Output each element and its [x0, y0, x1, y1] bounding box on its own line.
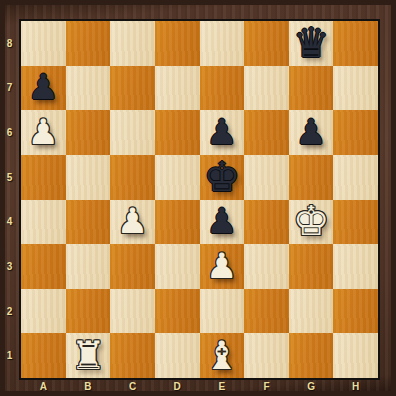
square-c5[interactable]: [110, 155, 155, 200]
square-a5[interactable]: [21, 155, 66, 200]
square-b6[interactable]: [66, 110, 111, 155]
black-pawn[interactable]: ♟: [295, 115, 326, 150]
file-label-a: A: [21, 379, 66, 394]
rank-label-2: 2: [0, 289, 19, 334]
square-d6[interactable]: [155, 110, 200, 155]
square-g2[interactable]: [289, 289, 334, 334]
black-queen[interactable]: ♛: [293, 23, 330, 64]
square-h6[interactable]: [333, 110, 378, 155]
square-c8[interactable]: [110, 21, 155, 66]
white-pawn[interactable]: ♟: [206, 249, 237, 284]
square-h2[interactable]: [333, 289, 378, 334]
square-h7[interactable]: [333, 66, 378, 111]
black-pawn[interactable]: ♟: [28, 70, 59, 105]
rank-label-1: 1: [0, 333, 19, 378]
square-e4[interactable]: ♟: [200, 200, 245, 245]
square-f8[interactable]: [244, 21, 289, 66]
square-f4[interactable]: [244, 200, 289, 245]
square-h1[interactable]: [333, 333, 378, 378]
square-f3[interactable]: [244, 244, 289, 289]
square-d2[interactable]: [155, 289, 200, 334]
square-d3[interactable]: [155, 244, 200, 289]
file-label-h: H: [333, 379, 378, 394]
square-g3[interactable]: [289, 244, 334, 289]
square-f7[interactable]: [244, 66, 289, 111]
square-a8[interactable]: [21, 21, 66, 66]
square-g8[interactable]: ♛: [289, 21, 334, 66]
square-e3[interactable]: ♟: [200, 244, 245, 289]
square-c2[interactable]: [110, 289, 155, 334]
square-g6[interactable]: ♟: [289, 110, 334, 155]
file-labels: ABCDEFGH: [21, 379, 378, 394]
square-b8[interactable]: [66, 21, 111, 66]
white-pawn[interactable]: ♟: [28, 115, 59, 150]
square-d8[interactable]: [155, 21, 200, 66]
square-d5[interactable]: [155, 155, 200, 200]
chess-board: ♛♟♟♟♟♚♟♟♚♟♜♝: [21, 21, 378, 378]
square-e1[interactable]: ♝: [200, 333, 245, 378]
square-c1[interactable]: [110, 333, 155, 378]
white-rook[interactable]: ♜: [70, 336, 105, 375]
file-label-b: B: [66, 379, 111, 394]
square-a1[interactable]: [21, 333, 66, 378]
rank-label-6: 6: [0, 110, 19, 155]
square-a3[interactable]: [21, 244, 66, 289]
square-c3[interactable]: [110, 244, 155, 289]
square-a2[interactable]: [21, 289, 66, 334]
square-g7[interactable]: [289, 66, 334, 111]
square-b7[interactable]: [66, 66, 111, 111]
square-f2[interactable]: [244, 289, 289, 334]
rank-label-4: 4: [0, 200, 19, 245]
white-pawn[interactable]: ♟: [117, 204, 148, 239]
square-b1[interactable]: ♜: [66, 333, 111, 378]
square-b2[interactable]: [66, 289, 111, 334]
rank-label-8: 8: [0, 21, 19, 66]
square-e8[interactable]: [200, 21, 245, 66]
square-g4[interactable]: ♚: [289, 200, 334, 245]
file-label-g: G: [289, 379, 334, 394]
white-bishop[interactable]: ♝: [204, 336, 239, 375]
square-e6[interactable]: ♟: [200, 110, 245, 155]
chessboard-screenshot: ♛♟♟♟♟♚♟♟♚♟♜♝ 87654321 ABCDEFGH: [0, 0, 396, 396]
square-g5[interactable]: [289, 155, 334, 200]
board-outline: ♛♟♟♟♟♚♟♟♚♟♜♝: [19, 19, 380, 380]
square-h8[interactable]: [333, 21, 378, 66]
square-d1[interactable]: [155, 333, 200, 378]
square-h5[interactable]: [333, 155, 378, 200]
black-pawn[interactable]: ♟: [206, 204, 237, 239]
square-f1[interactable]: [244, 333, 289, 378]
square-b3[interactable]: [66, 244, 111, 289]
square-a6[interactable]: ♟: [21, 110, 66, 155]
square-e7[interactable]: [200, 66, 245, 111]
square-e5[interactable]: ♚: [200, 155, 245, 200]
black-king[interactable]: ♚: [203, 157, 240, 198]
square-a7[interactable]: ♟: [21, 66, 66, 111]
square-h4[interactable]: [333, 200, 378, 245]
white-king[interactable]: ♚: [293, 201, 330, 242]
file-label-c: C: [110, 379, 155, 394]
square-a4[interactable]: [21, 200, 66, 245]
square-d4[interactable]: [155, 200, 200, 245]
square-e2[interactable]: [200, 289, 245, 334]
square-c4[interactable]: ♟: [110, 200, 155, 245]
file-label-f: F: [244, 379, 289, 394]
square-h3[interactable]: [333, 244, 378, 289]
square-b5[interactable]: [66, 155, 111, 200]
square-f5[interactable]: [244, 155, 289, 200]
square-f6[interactable]: [244, 110, 289, 155]
rank-labels: 87654321: [0, 21, 19, 378]
rank-label-5: 5: [0, 155, 19, 200]
file-label-e: E: [200, 379, 245, 394]
square-g1[interactable]: [289, 333, 334, 378]
rank-label-7: 7: [0, 66, 19, 111]
square-d7[interactable]: [155, 66, 200, 111]
square-c6[interactable]: [110, 110, 155, 155]
square-b4[interactable]: [66, 200, 111, 245]
rank-label-3: 3: [0, 244, 19, 289]
square-c7[interactable]: [110, 66, 155, 111]
black-pawn[interactable]: ♟: [206, 115, 237, 150]
file-label-d: D: [155, 379, 200, 394]
